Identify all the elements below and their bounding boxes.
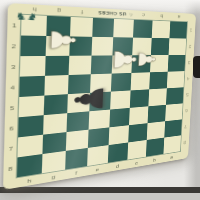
square-f2 <box>69 36 92 55</box>
rank-labels-left-label: 7 <box>4 137 18 159</box>
file-labels-bottom-label: a <box>163 151 180 162</box>
square-d3 <box>112 55 133 73</box>
file-labels-bottom-label: f <box>65 166 87 179</box>
rank-labels-right-label: 5 <box>183 87 192 104</box>
brand-knight-icon: ♘ <box>128 12 134 18</box>
square-a3 <box>168 55 186 72</box>
square-b1 <box>152 21 171 39</box>
square-c5 <box>130 89 149 108</box>
file-labels-bottom-label: c <box>127 157 146 169</box>
square-d2 <box>112 37 133 55</box>
photo-background: hgfedcba hgfedcba 12345678 12345678 ♘ US… <box>0 0 200 200</box>
square-a1 <box>169 21 187 38</box>
file-labels-bottom-label: d <box>107 160 127 172</box>
square-h2 <box>20 36 46 57</box>
square-e2 <box>92 37 114 56</box>
square-h4 <box>19 76 45 97</box>
rank-labels-right-label: 7 <box>181 118 190 135</box>
square-h5 <box>19 96 45 118</box>
chess-board: hgfedcba hgfedcba 12345678 12345678 ♘ US… <box>3 3 196 190</box>
rank-labels-left-label: 8 <box>3 157 17 179</box>
square-f1 <box>70 17 93 37</box>
square-g1 <box>46 16 70 37</box>
square-c1 <box>133 20 153 38</box>
square-e3 <box>91 55 113 74</box>
square-b4 <box>149 72 167 90</box>
rank-labels-left-label: 3 <box>6 56 20 77</box>
square-c3 <box>131 55 150 73</box>
square-f3 <box>69 56 92 75</box>
brand-text: US CHESS <box>98 11 126 18</box>
rank-labels-left-label: 2 <box>7 35 21 56</box>
square-b2 <box>151 38 170 55</box>
square-b3 <box>150 55 169 72</box>
file-labels-top-label: b <box>153 11 171 21</box>
square-e5 <box>89 92 111 112</box>
dark-object-right-edge <box>193 56 200 78</box>
square-b5 <box>148 88 166 106</box>
floor-strip <box>0 193 200 200</box>
square-d4 <box>111 73 131 92</box>
square-g2 <box>46 36 70 56</box>
square-g3 <box>45 56 69 76</box>
square-c4 <box>131 72 150 90</box>
rank-labels-right-label: 2 <box>185 39 194 55</box>
square-h3 <box>20 56 46 77</box>
square-c2 <box>132 38 152 56</box>
file-labels-top-label: g <box>47 5 71 17</box>
rank-labels-right-label: 6 <box>182 103 191 120</box>
rank-labels-right-label: 1 <box>186 22 195 39</box>
square-a5 <box>166 87 184 105</box>
rank-labels-left-label: 4 <box>5 77 19 98</box>
square-a4 <box>167 71 185 88</box>
rank-labels-left-label: 6 <box>4 117 18 139</box>
file-labels-top-label: a <box>170 13 187 23</box>
board-grid <box>17 15 187 178</box>
square-f5 <box>67 93 90 113</box>
square-f4 <box>68 74 91 94</box>
square-e1 <box>92 18 114 37</box>
square-a2 <box>169 38 187 55</box>
square-g4 <box>44 75 68 96</box>
file-labels-bottom-label: b <box>145 154 163 166</box>
square-d5 <box>110 90 130 109</box>
file-labels-top-label: f <box>71 7 94 18</box>
knight-icon: ♞ <box>15 11 26 21</box>
knight-icon: ♞ <box>26 12 37 22</box>
corner-double-knight-logo: ♞ ♞ <box>13 7 41 26</box>
file-labels-top-label: c <box>134 10 153 20</box>
square-d1 <box>113 19 134 38</box>
square-e4 <box>90 74 112 93</box>
file-labels-bottom-label: e <box>87 163 108 176</box>
rank-labels-right-label: 8 <box>180 134 189 151</box>
rank-labels-left-label: 5 <box>5 97 19 118</box>
rank-labels-right-label: 4 <box>184 71 193 87</box>
square-g5 <box>44 94 68 115</box>
